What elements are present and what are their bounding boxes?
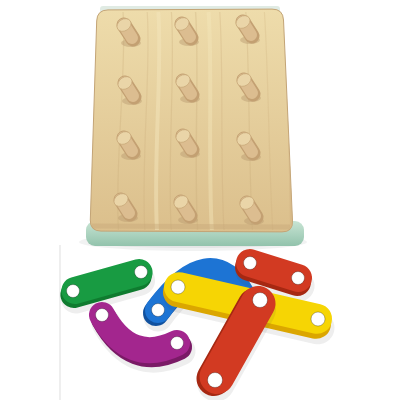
piece-hole [311, 312, 325, 326]
piece-face [75, 273, 139, 291]
piece-hole [292, 272, 305, 285]
piece-red-short-bar[interactable] [244, 257, 305, 287]
piece-hole [208, 373, 223, 388]
piece-hole [135, 266, 148, 279]
piece-hole [96, 309, 109, 322]
piece-hole [171, 280, 185, 294]
toy-product-photo [0, 0, 400, 400]
piece-green-bar[interactable] [67, 266, 148, 299]
pegboard-scene [0, 0, 400, 400]
piece-hole [171, 337, 184, 350]
piece-hole [253, 293, 268, 308]
piece-hole [244, 257, 257, 270]
piece-hole [152, 304, 165, 317]
piece-hole [67, 285, 80, 298]
piece-face [250, 263, 298, 278]
